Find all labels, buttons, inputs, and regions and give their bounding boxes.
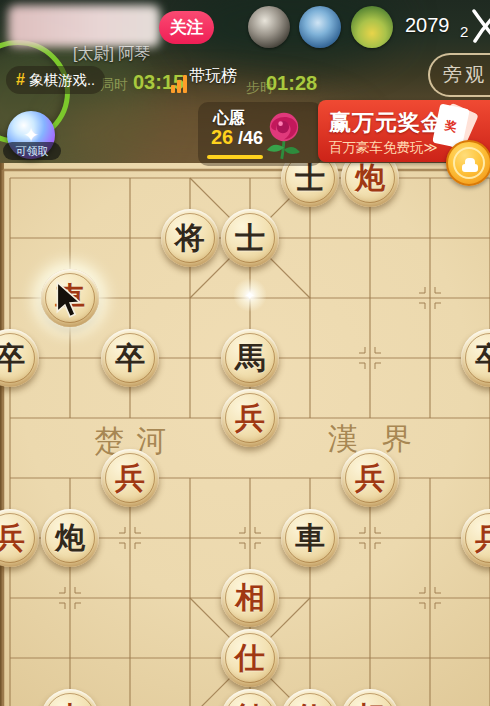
piece-black-chariot[interactable]: 車 [281, 509, 339, 567]
follow-button[interactable]: 关注 [159, 11, 214, 44]
claimable-badge[interactable]: 可领取 [3, 142, 61, 160]
piece-red-elephant[interactable]: 相 [221, 569, 279, 627]
move-sparkle-effect: ✦ [233, 278, 267, 312]
blurred-overlay-box [8, 5, 160, 47]
prize-banner-subtitle: 百万豪车免费玩≫ [329, 139, 438, 157]
ranking-bars-icon[interactable] [171, 74, 191, 93]
wish-panel[interactable]: 心愿 26 /46 [198, 102, 322, 166]
car-coin-icon [446, 140, 490, 186]
live-stream-screen: 关注 2079 2 [太尉] 阿琴 # 象棋游戏.. 局时 03:15 带玩榜 … [0, 0, 490, 706]
spectate-button[interactable]: 旁观 [428, 53, 490, 97]
battle-icon[interactable] [471, 8, 490, 44]
hashtag-label: 象棋游戏.. [29, 71, 95, 90]
piece-red-soldier[interactable]: 兵 [101, 449, 159, 507]
mouse-cursor [54, 281, 84, 319]
piece-black-cannon[interactable]: 炮 [41, 509, 99, 567]
viewer-avatar-3[interactable] [351, 6, 393, 48]
prize-banner-title: 赢万元奖金 [329, 108, 444, 138]
play-leaderboard-label[interactable]: 带玩榜 [189, 66, 237, 87]
piece-black-advisor[interactable]: 士 [221, 209, 279, 267]
piece-black-soldier[interactable]: 卒 [101, 329, 159, 387]
xiangqi-board[interactable]: 楚河 漢界 士炮将士車卒卒馬卒兵兵兵兵炮車兵相仕車帥仕相 ✦ [0, 163, 490, 706]
viewer-count: 2079 [405, 14, 450, 37]
corner-count: 2 [460, 23, 468, 40]
hashtag-pill[interactable]: # 象棋游戏.. [6, 66, 105, 94]
wish-progress-bar [207, 155, 263, 159]
wish-progress-current: 26 [211, 126, 233, 149]
piece-black-horse[interactable]: 馬 [221, 329, 279, 387]
viewer-avatar-1[interactable] [248, 6, 290, 48]
piece-red-soldier[interactable]: 兵 [341, 449, 399, 507]
prize-banner[interactable]: 赢万元奖金 百万豪车免费玩≫ 奖 [318, 100, 490, 162]
piece-red-soldier[interactable]: 兵 [221, 389, 279, 447]
viewer-avatar-2[interactable] [299, 6, 341, 48]
piece-red-advisor[interactable]: 仕 [221, 629, 279, 687]
piece-black-general[interactable]: 将 [161, 209, 219, 267]
rose-icon [260, 110, 308, 160]
streamer-name[interactable]: [太尉] 阿琴 [73, 44, 150, 65]
hash-icon: # [16, 71, 25, 89]
move-time-value: 01:28 [266, 72, 317, 95]
